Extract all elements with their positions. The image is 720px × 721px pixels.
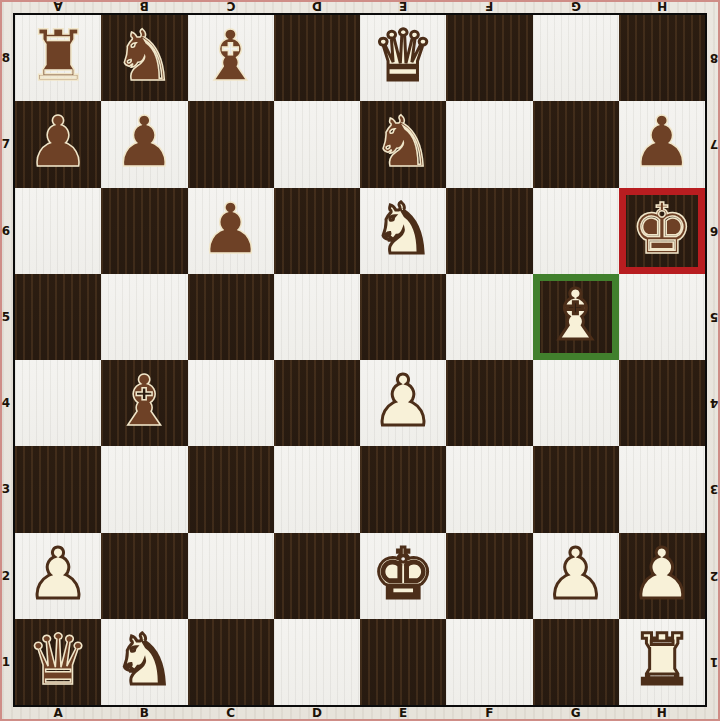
square-g3[interactable] [533, 446, 619, 532]
black-knight[interactable]: ♞ [113, 21, 176, 91]
black-pawn[interactable]: ♟ [199, 194, 262, 264]
black-queen[interactable]: ♛ [27, 625, 90, 695]
square-c3[interactable] [188, 446, 274, 532]
square-a2[interactable]: ♟ [15, 533, 101, 619]
square-h7[interactable]: ♟ [619, 101, 705, 187]
square-f4[interactable] [446, 360, 532, 446]
square-e5[interactable] [360, 274, 446, 360]
square-e7[interactable]: ♞ [360, 101, 446, 187]
square-g7[interactable] [533, 101, 619, 187]
square-g5[interactable]: ♝ [533, 274, 619, 360]
square-d7[interactable] [274, 101, 360, 187]
square-c1[interactable] [188, 619, 274, 705]
black-bishop[interactable]: ♝ [113, 366, 176, 436]
square-f8[interactable] [446, 15, 532, 101]
square-a1[interactable]: ♛ [15, 619, 101, 705]
square-a6[interactable] [15, 188, 101, 274]
square-f1[interactable] [446, 619, 532, 705]
square-c6[interactable]: ♟ [188, 188, 274, 274]
black-pawn[interactable]: ♟ [630, 107, 693, 177]
square-a4[interactable] [15, 360, 101, 446]
square-f7[interactable] [446, 101, 532, 187]
square-h6[interactable]: ♚ [619, 188, 705, 274]
black-pawn[interactable]: ♟ [27, 107, 90, 177]
square-d4[interactable] [274, 360, 360, 446]
square-g6[interactable] [533, 188, 619, 274]
square-b4[interactable]: ♝ [101, 360, 187, 446]
chess-board: ♜♞♝♛♟♟♞♟♟♞♚♝♝♟♟♚♟♟♛♞♜ [13, 13, 707, 707]
square-e8[interactable]: ♛ [360, 15, 446, 101]
black-bishop[interactable]: ♝ [199, 21, 262, 91]
square-b7[interactable]: ♟ [101, 101, 187, 187]
square-e2[interactable]: ♚ [360, 533, 446, 619]
square-b3[interactable] [101, 446, 187, 532]
square-f6[interactable] [446, 188, 532, 274]
square-b8[interactable]: ♞ [101, 15, 187, 101]
square-a7[interactable]: ♟ [15, 101, 101, 187]
square-g4[interactable] [533, 360, 619, 446]
white-knight[interactable]: ♞ [113, 625, 176, 695]
black-knight[interactable]: ♞ [372, 107, 435, 177]
square-h2[interactable]: ♟ [619, 533, 705, 619]
square-f3[interactable] [446, 446, 532, 532]
square-h1[interactable]: ♜ [619, 619, 705, 705]
white-pawn[interactable]: ♟ [27, 539, 90, 609]
square-h5[interactable] [619, 274, 705, 360]
white-pawn[interactable]: ♟ [630, 539, 693, 609]
white-king[interactable]: ♚ [372, 539, 435, 609]
square-c7[interactable] [188, 101, 274, 187]
white-pawn[interactable]: ♟ [372, 366, 435, 436]
square-d6[interactable] [274, 188, 360, 274]
black-king[interactable]: ♚ [630, 194, 693, 264]
square-e6[interactable]: ♞ [360, 188, 446, 274]
square-g2[interactable]: ♟ [533, 533, 619, 619]
square-f2[interactable] [446, 533, 532, 619]
square-c4[interactable] [188, 360, 274, 446]
white-bishop[interactable]: ♝ [544, 280, 607, 350]
black-rook[interactable]: ♜ [27, 21, 90, 91]
white-queen[interactable]: ♛ [372, 21, 435, 91]
square-a3[interactable] [15, 446, 101, 532]
square-d1[interactable] [274, 619, 360, 705]
square-d8[interactable] [274, 15, 360, 101]
square-b5[interactable] [101, 274, 187, 360]
white-knight[interactable]: ♞ [372, 194, 435, 264]
black-pawn[interactable]: ♟ [113, 107, 176, 177]
white-pawn[interactable]: ♟ [544, 539, 607, 609]
square-g8[interactable] [533, 15, 619, 101]
square-a8[interactable]: ♜ [15, 15, 101, 101]
square-e3[interactable] [360, 446, 446, 532]
square-h4[interactable] [619, 360, 705, 446]
white-rook[interactable]: ♜ [630, 625, 693, 695]
square-e1[interactable] [360, 619, 446, 705]
chessboard-app: ABCDEFGH ABCDEFGH 87654321 87654321 ♜♞♝♛… [0, 0, 720, 721]
square-c8[interactable]: ♝ [188, 15, 274, 101]
square-b1[interactable]: ♞ [101, 619, 187, 705]
square-c2[interactable] [188, 533, 274, 619]
square-b2[interactable] [101, 533, 187, 619]
square-c5[interactable] [188, 274, 274, 360]
square-a5[interactable] [15, 274, 101, 360]
square-h3[interactable] [619, 446, 705, 532]
square-d3[interactable] [274, 446, 360, 532]
square-d5[interactable] [274, 274, 360, 360]
square-d2[interactable] [274, 533, 360, 619]
square-h8[interactable] [619, 15, 705, 101]
square-e4[interactable]: ♟ [360, 360, 446, 446]
square-g1[interactable] [533, 619, 619, 705]
square-f5[interactable] [446, 274, 532, 360]
square-b6[interactable] [101, 188, 187, 274]
